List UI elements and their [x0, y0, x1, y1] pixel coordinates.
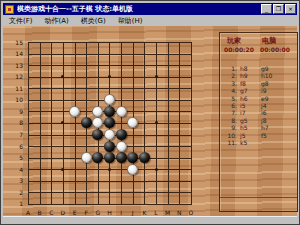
menu-item-1[interactable]: 文件(F): [3, 16, 39, 26]
row-label: 11: [7, 85, 23, 92]
grid-line-v: [168, 42, 169, 205]
menu-item-4[interactable]: 帮助(H): [112, 16, 149, 26]
row-label: 3: [7, 177, 23, 184]
col-label: K: [139, 209, 149, 216]
star-point: [61, 75, 64, 78]
row-label: 13: [7, 62, 23, 69]
grid-line-v: [51, 42, 52, 205]
row-label: 5: [7, 154, 23, 161]
row-label: 2: [7, 189, 23, 196]
grid-line-v: [75, 42, 76, 205]
white-stone-e9: [69, 106, 80, 117]
menu-bar: 文件(F)动作(A)棋类(G)帮助(H): [3, 15, 297, 26]
row-label: 8: [7, 119, 23, 126]
player-header: 玩家: [227, 36, 241, 46]
grid-line-v: [179, 42, 180, 205]
app-window: 棋类游戏十合一--五子棋 状态:单机版 _ ❐ × 文件(F)动作(A)棋类(G…: [0, 0, 300, 225]
window-controls: _ ❐ ×: [261, 4, 296, 14]
move-row: 11.k5: [220, 139, 297, 146]
black-stone-g7: [92, 129, 103, 140]
grid-line-v: [121, 42, 122, 205]
white-stone-h10: [104, 94, 115, 105]
black-stone-h8: [104, 117, 115, 128]
col-label: L: [151, 209, 161, 216]
app-icon: [5, 5, 14, 14]
white-stone-j4: [127, 164, 138, 175]
white-stone-i9: [116, 106, 127, 117]
move-row: 5.h6e9: [220, 95, 297, 102]
move-row: 10.j5f5: [220, 132, 297, 139]
row-label: 4: [7, 166, 23, 173]
move-row: 4.g7i9: [220, 87, 297, 94]
col-label: N: [174, 209, 184, 216]
star-point: [61, 168, 64, 171]
row-label: 6: [7, 143, 23, 150]
move-row: 9.h5h7: [220, 124, 297, 131]
star-point: [155, 75, 158, 78]
maximize-button[interactable]: ❐: [273, 4, 284, 14]
computer-header: 电脑: [262, 36, 276, 46]
row-label: 9: [7, 108, 23, 115]
black-stone-i5: [116, 152, 127, 163]
row-label: 14: [7, 50, 23, 57]
star-point: [108, 75, 111, 78]
col-label: G: [93, 209, 103, 216]
white-stone-h7: [104, 129, 115, 140]
computer-clock: 00:00:00: [260, 46, 290, 53]
move-row: 1.h8g9: [220, 65, 297, 72]
info-panel: 玩家 电脑 00:00:20 00:00:00 1.h8g92.h9h103.f…: [219, 32, 298, 212]
black-stone-h9: [104, 106, 115, 117]
black-stone-f8: [81, 117, 92, 128]
black-stone-k5: [139, 152, 150, 163]
minimize-button[interactable]: _: [261, 4, 272, 14]
move-row: 2.h9h10: [220, 72, 297, 79]
star-point: [155, 168, 158, 171]
black-stone-g5: [92, 152, 103, 163]
black-stone-h6: [104, 141, 115, 152]
panel-separator: [220, 197, 297, 198]
row-label: 15: [7, 39, 23, 46]
col-label: A: [23, 209, 33, 216]
move-row: 8.g5j8: [220, 117, 297, 124]
grid-line-v: [191, 42, 192, 205]
grid-line-v: [40, 42, 41, 205]
white-stone-j8: [127, 117, 138, 128]
move-row: 7.i7i6: [220, 109, 297, 116]
black-stone-h5: [104, 152, 115, 163]
col-label: B: [35, 209, 45, 216]
move-row: 6.i5j4: [220, 102, 297, 109]
row-label: 12: [7, 73, 23, 80]
col-label: C: [46, 209, 56, 216]
player-clock: 00:00:20: [224, 46, 254, 53]
status-bar: [3, 216, 297, 224]
close-button[interactable]: ×: [285, 4, 296, 14]
white-stone-g9: [92, 106, 103, 117]
col-label: D: [58, 209, 68, 216]
black-stone-j5: [127, 152, 138, 163]
window-title: 棋类游戏十合一--五子棋 状态:单机版: [17, 4, 261, 14]
col-label: M: [163, 209, 173, 216]
move-list: 1.h8g92.h9h103.f8g84.g7i95.h6e96.i5j47.i…: [220, 65, 297, 146]
white-stone-f5: [81, 152, 92, 163]
move-row: 3.f8g8: [220, 80, 297, 87]
col-label: F: [81, 209, 91, 216]
white-stone-g8: [92, 117, 103, 128]
menu-item-2[interactable]: 动作(A): [39, 16, 75, 26]
menu-item-3[interactable]: 棋类(G): [75, 16, 112, 26]
client-area: 玩家 电脑 00:00:20 00:00:00 1.h8g92.h9h103.f…: [3, 26, 297, 217]
row-label: 7: [7, 131, 23, 138]
black-stone-i7: [116, 129, 127, 140]
col-label: J: [128, 209, 138, 216]
star-point: [108, 168, 111, 171]
col-label: E: [70, 209, 80, 216]
col-label: I: [116, 209, 126, 216]
title-bar: 棋类游戏十合一--五子棋 状态:单机版 _ ❐ ×: [3, 3, 297, 15]
grid-line-v: [144, 42, 145, 205]
col-label: H: [104, 209, 114, 216]
white-stone-i6: [116, 141, 127, 152]
row-label: 10: [7, 96, 23, 103]
grid-line-v: [28, 42, 29, 205]
col-label: O: [186, 209, 196, 216]
row-label: 1: [7, 200, 23, 207]
